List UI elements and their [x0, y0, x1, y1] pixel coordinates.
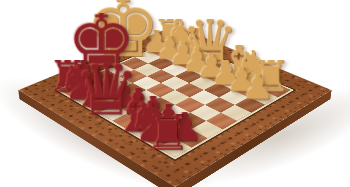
piece-boxwood-rook: ♜: [124, 19, 215, 48]
chess-board: ♜♞♝♛♝♞♜♟♟♟♟♟♟♟♟♟♟♟♟♟♟♟♟♜♞♝♛♝♞♜ ♚♚: [19, 25, 332, 186]
square-b7: ♟: [162, 51, 188, 63]
product-photo-background: ♜♞♝♛♝♞♜♟♟♟♟♟♟♟♟♟♟♟♟♟♟♟♟♜♞♝♛♝♞♜ ♚♚: [0, 0, 350, 187]
square-h8: ♜: [262, 83, 291, 97]
scene: ♜♞♝♛♝♞♜♟♟♟♟♟♟♟♟♟♟♟♟♟♟♟♟♜♞♝♛♝♞♜ ♚♚: [0, 0, 350, 187]
piece-padauk-rook: ♜: [16, 60, 119, 93]
piece-boxwood-knight: ♞: [136, 21, 229, 54]
